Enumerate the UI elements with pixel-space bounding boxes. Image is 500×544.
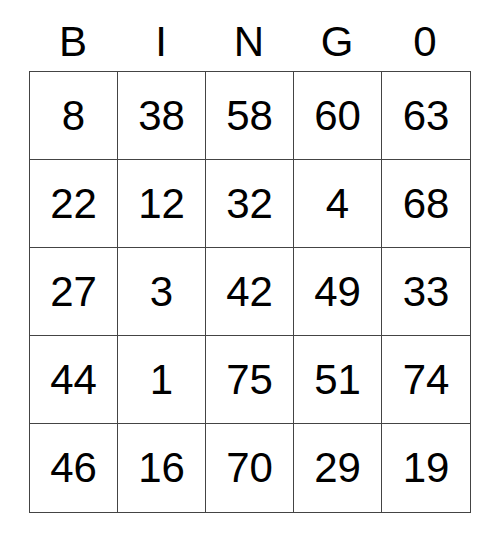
cell-r5c1[interactable]: 46 [30, 424, 118, 512]
cell-r2c2[interactable]: 12 [118, 160, 206, 248]
bingo-header: B I N G 0 [29, 0, 470, 71]
cell-r4c3[interactable]: 75 [206, 336, 294, 424]
cell-r2c5[interactable]: 68 [382, 160, 470, 248]
header-letter-g: G [293, 0, 381, 71]
cell-r4c4[interactable]: 51 [294, 336, 382, 424]
cell-r1c2[interactable]: 38 [118, 72, 206, 160]
cell-r2c3[interactable]: 32 [206, 160, 294, 248]
cell-r3c2[interactable]: 3 [118, 248, 206, 336]
cell-r5c3[interactable]: 70 [206, 424, 294, 512]
cell-r4c2[interactable]: 1 [118, 336, 206, 424]
cell-r3c3[interactable]: 42 [206, 248, 294, 336]
cell-r4c5[interactable]: 74 [382, 336, 470, 424]
cell-r3c4[interactable]: 49 [294, 248, 382, 336]
cell-r2c1[interactable]: 22 [30, 160, 118, 248]
cell-r1c4[interactable]: 60 [294, 72, 382, 160]
cell-r5c2[interactable]: 16 [118, 424, 206, 512]
cell-r1c3[interactable]: 58 [206, 72, 294, 160]
cell-r1c5[interactable]: 63 [382, 72, 470, 160]
header-letter-b: B [29, 0, 117, 71]
bingo-grid: 8 38 58 60 63 22 12 32 4 68 27 3 42 49 3… [29, 71, 471, 513]
cell-r3c1[interactable]: 27 [30, 248, 118, 336]
cell-r2c4[interactable]: 4 [294, 160, 382, 248]
bingo-card: B I N G 0 8 38 58 60 63 22 12 32 4 68 27… [29, 0, 470, 513]
cell-r4c1[interactable]: 44 [30, 336, 118, 424]
cell-r5c5[interactable]: 19 [382, 424, 470, 512]
cell-r3c5[interactable]: 33 [382, 248, 470, 336]
cell-r1c1[interactable]: 8 [30, 72, 118, 160]
header-letter-o: 0 [381, 0, 469, 71]
cell-r5c4[interactable]: 29 [294, 424, 382, 512]
header-letter-i: I [117, 0, 205, 71]
header-letter-n: N [205, 0, 293, 71]
